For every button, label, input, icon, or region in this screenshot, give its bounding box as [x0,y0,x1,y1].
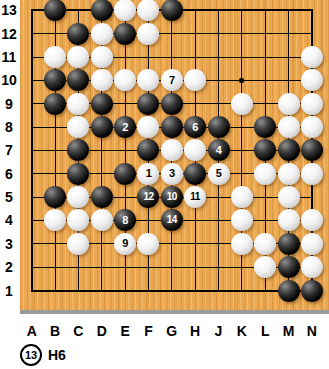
move-number-label: 11 [190,192,200,202]
stone-white-N3 [301,233,323,255]
column-label-J: J [210,323,228,339]
stone-white-E13 [114,0,136,21]
stone-white-B11 [44,46,66,68]
stone-white-L6 [254,163,276,185]
stone-white-B4 [44,209,66,231]
stone-white-F8 [137,116,159,138]
move-annotation: 13 H6 [20,343,66,367]
grid-line-horizontal [31,290,313,292]
stone-white-C5 [67,186,89,208]
stone-white-N11 [301,46,323,68]
row-label-13: 13 [0,1,18,19]
stone-black-C12 [67,23,89,45]
stone-black-F9 [137,93,159,115]
stone-white-E3: 9 [114,233,136,255]
row-label-12: 12 [0,25,18,43]
move-number-label: 3 [169,168,175,179]
stone-white-G6: 3 [161,163,183,185]
stone-white-K4 [231,209,253,231]
stone-white-M5 [278,186,300,208]
stone-black-F7 [137,139,159,161]
stone-black-C6 [67,163,89,185]
stone-white-C4 [67,209,89,231]
stone-white-D10 [91,69,113,91]
move-number-label: 10 [167,192,177,202]
stone-black-H6 [184,163,206,185]
move-number-label: 7 [169,75,175,86]
stone-white-F10 [137,69,159,91]
stone-black-D8 [91,116,113,138]
stone-white-N4 [301,209,323,231]
row-label-10: 10 [0,71,18,89]
stone-white-D11 [91,46,113,68]
star-point [239,78,244,83]
stone-black-J8 [208,116,230,138]
stone-white-C3 [67,233,89,255]
stone-white-F6: 1 [137,163,159,185]
stone-black-F5: 12 [137,186,159,208]
stone-black-L7 [254,139,276,161]
stone-black-L8 [254,116,276,138]
stone-black-D5 [91,186,113,208]
stone-black-G5: 10 [161,186,183,208]
board-shadow [20,310,329,314]
row-label-6: 6 [0,165,18,183]
stone-white-G10: 7 [161,69,183,91]
column-label-B: B [46,323,64,339]
stone-black-E8: 2 [114,116,136,138]
column-label-E: E [116,323,134,339]
stone-white-M8 [278,116,300,138]
stone-white-C9 [67,93,89,115]
stone-white-K5 [231,186,253,208]
row-label-7: 7 [0,141,18,159]
row-label-11: 11 [0,48,18,66]
stone-black-G9 [161,93,183,115]
stone-white-C8 [67,116,89,138]
stone-black-E12 [114,23,136,45]
move-number-label: 6 [192,122,198,133]
stone-white-N6 [301,163,323,185]
stone-black-E4: 8 [114,209,136,231]
move-number-label: 12 [143,192,153,202]
stone-black-J7: 4 [208,139,230,161]
column-label-C: C [69,323,87,339]
stone-black-C7 [67,139,89,161]
stone-white-M6 [278,163,300,185]
stone-white-H7 [184,139,206,161]
column-label-K: K [233,323,251,339]
stone-black-E6 [114,163,136,185]
move-coordinate-text: H6 [48,347,66,363]
move-number-label: 8 [122,215,128,226]
stone-black-G8 [161,116,183,138]
row-label-1: 1 [0,282,18,300]
stone-white-M9 [278,93,300,115]
move-number-label: 9 [122,238,128,249]
stone-black-N1 [301,280,323,302]
stone-black-N7 [301,139,323,161]
stone-white-N10 [301,69,323,91]
column-label-F: F [139,323,157,339]
column-label-A: A [23,323,41,339]
stone-white-N9 [301,93,323,115]
stone-white-J6: 5 [208,163,230,185]
column-label-M: M [280,323,298,339]
move-number-label: 4 [216,145,222,156]
stone-white-K3 [231,233,253,255]
column-label-D: D [93,323,111,339]
row-label-4: 4 [0,211,18,229]
stone-white-N2 [301,256,323,278]
row-label-3: 3 [0,235,18,253]
stone-black-B5 [44,186,66,208]
stone-white-F12 [137,23,159,45]
stone-white-N8 [301,116,323,138]
stone-black-M1 [278,280,300,302]
stone-white-G7 [161,139,183,161]
stone-white-L3 [254,233,276,255]
stone-black-B10 [44,69,66,91]
stone-white-L2 [254,256,276,278]
move-number-label: 5 [216,168,222,179]
stone-black-G4: 14 [161,209,183,231]
stone-white-F3 [137,233,159,255]
column-label-N: N [303,323,321,339]
stone-black-C10 [67,69,89,91]
stone-white-H10 [184,69,206,91]
row-label-5: 5 [0,188,18,206]
move-number-label: 2 [122,122,128,133]
row-label-2: 2 [0,258,18,276]
stone-black-M3 [278,233,300,255]
stone-black-D13 [91,0,113,21]
row-label-8: 8 [0,118,18,136]
white-move-stone-icon: 13 [20,344,42,366]
stone-white-K9 [231,93,253,115]
move-number-label: 1 [146,168,152,179]
stone-black-M2 [278,256,300,278]
column-label-L: L [256,323,274,339]
stone-white-M4 [278,209,300,231]
stone-white-D12 [91,23,113,45]
stone-white-F13 [137,0,159,21]
move-number-label: 14 [167,215,177,225]
stone-black-D9 [91,93,113,115]
stone-white-C11 [67,46,89,68]
stone-black-M7 [278,139,300,161]
stone-black-G13 [161,0,183,21]
column-label-G: G [163,323,181,339]
go-board[interactable]: 72641351210118149 [20,0,329,310]
stone-white-H5: 11 [184,186,206,208]
row-label-9: 9 [0,95,18,113]
stone-black-H8: 6 [184,116,206,138]
stone-black-B9 [44,93,66,115]
stone-white-D4 [91,209,113,231]
column-label-H: H [186,323,204,339]
stone-black-B13 [44,0,66,21]
go-diagram: 72641351210118149 13121110987654321 ABCD… [0,0,329,369]
stone-white-E10 [114,69,136,91]
